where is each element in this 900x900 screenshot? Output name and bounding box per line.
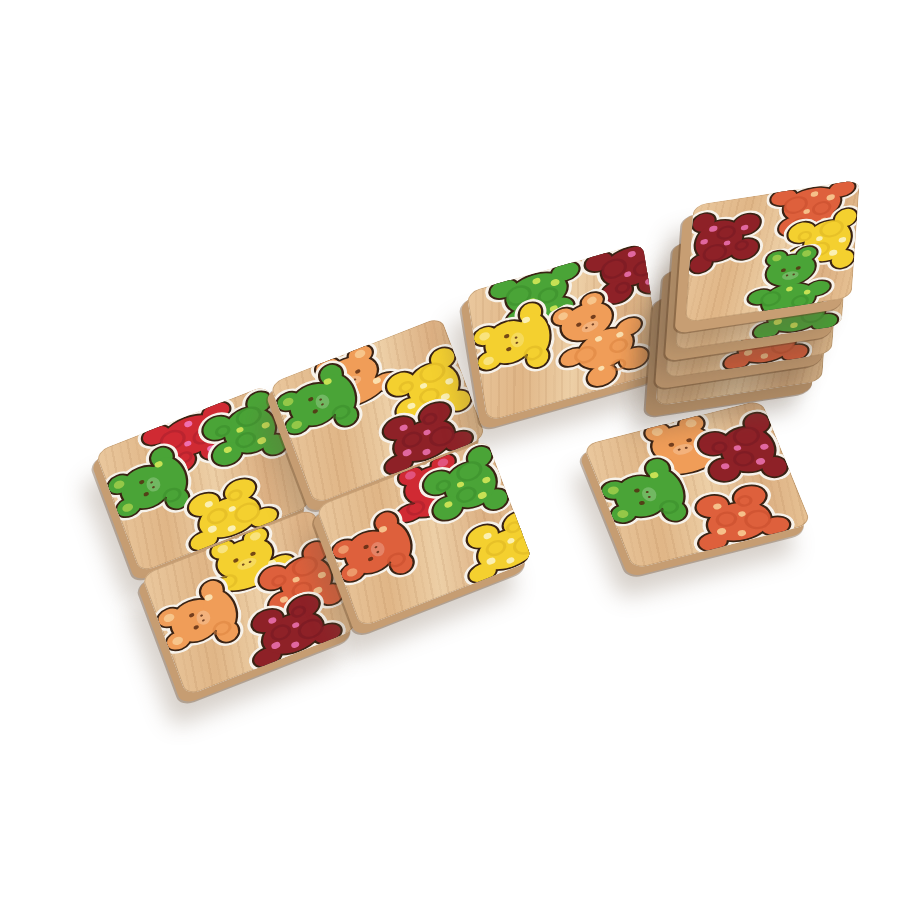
loose-tile[interactable] (583, 400, 811, 570)
scene (0, 0, 900, 900)
board-tile-c-separated[interactable] (466, 243, 663, 422)
maroon-gummy-bear-body (232, 582, 348, 673)
redorange-gummy-bear-body (676, 475, 798, 555)
